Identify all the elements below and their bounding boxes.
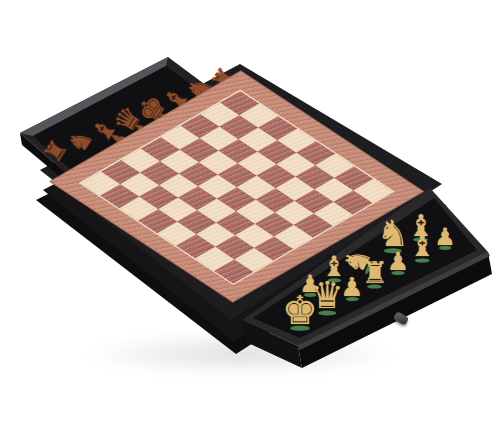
product-photo-chess-box: ♜♞♝♚♛♝♞♜♟♟♟ ♞♞♝♟♝♚♛♟♜♟♝♟ bbox=[0, 0, 500, 444]
